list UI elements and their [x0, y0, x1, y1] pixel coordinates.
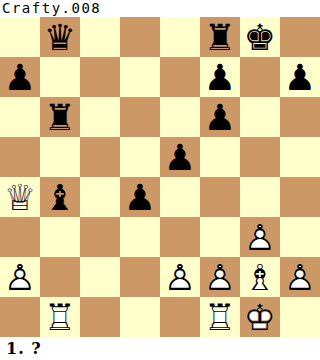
piece-black-bishop: ♝	[40, 177, 80, 217]
piece-white-pawn: ♙	[160, 257, 200, 297]
square-b6[interactable]: ♜	[40, 97, 80, 137]
square-d1[interactable]	[120, 297, 160, 337]
chess-board: ♛♜♚♟♟♟♜♟♟♛♕♝♟♟♙♟♙♟♙♟♙♝♗♟♙♜♖♜♖♚♔	[0, 17, 320, 337]
piece-white-rook: ♖	[200, 297, 240, 337]
square-a8[interactable]	[0, 17, 40, 57]
square-g4[interactable]	[240, 177, 280, 217]
square-d7[interactable]	[120, 57, 160, 97]
square-h5[interactable]	[280, 137, 320, 177]
piece-black-rook: ♜	[200, 17, 240, 57]
square-f1[interactable]: ♜♖	[200, 297, 240, 337]
move-prompt: 1. ?	[0, 337, 320, 360]
square-e2[interactable]: ♟♙	[160, 257, 200, 297]
square-e6[interactable]	[160, 97, 200, 137]
square-a4[interactable]: ♛♕	[0, 177, 40, 217]
piece-white-pawn: ♙	[280, 257, 320, 297]
square-g8[interactable]: ♚	[240, 17, 280, 57]
piece-white-pawn: ♙	[0, 257, 40, 297]
square-d4[interactable]: ♟	[120, 177, 160, 217]
square-b8[interactable]: ♛	[40, 17, 80, 57]
square-f4[interactable]	[200, 177, 240, 217]
square-f2[interactable]: ♟♙	[200, 257, 240, 297]
piece-black-pawn: ♟	[200, 57, 240, 97]
square-g5[interactable]	[240, 137, 280, 177]
square-f5[interactable]	[200, 137, 240, 177]
square-b4[interactable]: ♝	[40, 177, 80, 217]
square-e7[interactable]	[160, 57, 200, 97]
square-c2[interactable]	[80, 257, 120, 297]
square-c3[interactable]	[80, 217, 120, 257]
square-a5[interactable]	[0, 137, 40, 177]
square-e4[interactable]	[160, 177, 200, 217]
square-g6[interactable]	[240, 97, 280, 137]
square-d3[interactable]	[120, 217, 160, 257]
square-g3[interactable]: ♟♙	[240, 217, 280, 257]
square-c7[interactable]	[80, 57, 120, 97]
square-d5[interactable]	[120, 137, 160, 177]
piece-white-king: ♔	[240, 297, 280, 337]
square-a7[interactable]: ♟	[0, 57, 40, 97]
square-c1[interactable]	[80, 297, 120, 337]
square-b1[interactable]: ♜♖	[40, 297, 80, 337]
square-b3[interactable]	[40, 217, 80, 257]
square-a2[interactable]: ♟♙	[0, 257, 40, 297]
square-h1[interactable]	[280, 297, 320, 337]
piece-white-rook: ♖	[40, 297, 80, 337]
piece-white-bishop: ♗	[240, 257, 280, 297]
square-h8[interactable]	[280, 17, 320, 57]
square-c6[interactable]	[80, 97, 120, 137]
piece-white-queen: ♕	[0, 177, 40, 217]
piece-black-pawn: ♟	[200, 97, 240, 137]
square-f3[interactable]	[200, 217, 240, 257]
square-g7[interactable]	[240, 57, 280, 97]
piece-black-king: ♚	[240, 17, 280, 57]
square-g1[interactable]: ♚♔	[240, 297, 280, 337]
square-b7[interactable]	[40, 57, 80, 97]
square-h3[interactable]	[280, 217, 320, 257]
square-h4[interactable]	[280, 177, 320, 217]
square-f8[interactable]: ♜	[200, 17, 240, 57]
square-f7[interactable]: ♟	[200, 57, 240, 97]
square-g2[interactable]: ♝♗	[240, 257, 280, 297]
square-d8[interactable]	[120, 17, 160, 57]
window-title: Crafty.008	[0, 0, 320, 17]
square-a3[interactable]	[0, 217, 40, 257]
square-e8[interactable]	[160, 17, 200, 57]
square-d2[interactable]	[120, 257, 160, 297]
piece-black-rook: ♜	[40, 97, 80, 137]
piece-black-queen: ♛	[40, 17, 80, 57]
square-a1[interactable]	[0, 297, 40, 337]
square-a6[interactable]	[0, 97, 40, 137]
square-e1[interactable]	[160, 297, 200, 337]
square-c5[interactable]	[80, 137, 120, 177]
square-b5[interactable]	[40, 137, 80, 177]
square-h7[interactable]: ♟	[280, 57, 320, 97]
piece-black-pawn: ♟	[0, 57, 40, 97]
piece-black-pawn: ♟	[120, 177, 160, 217]
square-e5[interactable]: ♟	[160, 137, 200, 177]
square-c8[interactable]	[80, 17, 120, 57]
square-h2[interactable]: ♟♙	[280, 257, 320, 297]
square-d6[interactable]	[120, 97, 160, 137]
square-h6[interactable]	[280, 97, 320, 137]
piece-black-pawn: ♟	[160, 137, 200, 177]
piece-white-pawn: ♙	[200, 257, 240, 297]
piece-white-pawn: ♙	[240, 217, 280, 257]
square-b2[interactable]	[40, 257, 80, 297]
piece-black-pawn: ♟	[280, 57, 320, 97]
square-f6[interactable]: ♟	[200, 97, 240, 137]
square-c4[interactable]	[80, 177, 120, 217]
square-e3[interactable]	[160, 217, 200, 257]
